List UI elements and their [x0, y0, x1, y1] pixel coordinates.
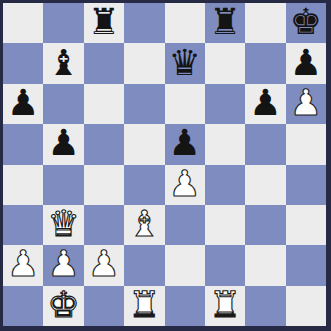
piece-white-bishop[interactable]: ♝ — [128, 206, 160, 242]
piece-black-king[interactable]: ♚ — [290, 4, 322, 40]
square-c7[interactable] — [84, 43, 124, 83]
square-e6[interactable] — [165, 84, 205, 124]
square-d6[interactable] — [124, 84, 164, 124]
piece-white-king[interactable]: ♚ — [47, 287, 79, 323]
piece-black-pawn[interactable]: ♟ — [290, 45, 322, 81]
square-d1[interactable]: ♜ — [124, 286, 164, 326]
square-g2[interactable] — [245, 245, 285, 285]
square-d7[interactable] — [124, 43, 164, 83]
chess-board-frame: ♜♜♚♝♛♟♟♟♟♟♟♟♛♝♟♟♟♚♜♜ — [0, 0, 331, 331]
square-a2[interactable]: ♟ — [3, 245, 43, 285]
square-c5[interactable] — [84, 124, 124, 164]
square-a5[interactable] — [3, 124, 43, 164]
square-d5[interactable] — [124, 124, 164, 164]
piece-white-pawn[interactable]: ♟ — [47, 246, 79, 282]
piece-white-pawn[interactable]: ♟ — [290, 85, 322, 121]
piece-white-rook[interactable]: ♜ — [128, 287, 160, 323]
square-c1[interactable] — [84, 286, 124, 326]
square-f1[interactable]: ♜ — [205, 286, 245, 326]
square-e2[interactable] — [165, 245, 205, 285]
square-b4[interactable] — [43, 165, 83, 205]
piece-white-rook[interactable]: ♜ — [209, 287, 241, 323]
square-h3[interactable] — [286, 205, 326, 245]
square-a8[interactable] — [3, 3, 43, 43]
square-g7[interactable] — [245, 43, 285, 83]
square-e3[interactable] — [165, 205, 205, 245]
square-f7[interactable] — [205, 43, 245, 83]
square-g3[interactable] — [245, 205, 285, 245]
piece-black-pawn[interactable]: ♟ — [169, 125, 201, 161]
square-h1[interactable] — [286, 286, 326, 326]
square-f4[interactable] — [205, 165, 245, 205]
square-c6[interactable] — [84, 84, 124, 124]
square-g1[interactable] — [245, 286, 285, 326]
square-b5[interactable]: ♟ — [43, 124, 83, 164]
square-b1[interactable]: ♚ — [43, 286, 83, 326]
piece-black-rook[interactable]: ♜ — [88, 4, 120, 40]
square-h6[interactable]: ♟ — [286, 84, 326, 124]
square-f3[interactable] — [205, 205, 245, 245]
square-c4[interactable] — [84, 165, 124, 205]
piece-black-bishop[interactable]: ♝ — [47, 45, 79, 81]
square-c8[interactable]: ♜ — [84, 3, 124, 43]
square-b6[interactable] — [43, 84, 83, 124]
square-h7[interactable]: ♟ — [286, 43, 326, 83]
piece-black-pawn[interactable]: ♟ — [7, 85, 39, 121]
square-h4[interactable] — [286, 165, 326, 205]
piece-white-pawn[interactable]: ♟ — [88, 246, 120, 282]
square-a4[interactable] — [3, 165, 43, 205]
square-f5[interactable] — [205, 124, 245, 164]
piece-white-pawn[interactable]: ♟ — [7, 246, 39, 282]
square-h2[interactable] — [286, 245, 326, 285]
square-e5[interactable]: ♟ — [165, 124, 205, 164]
square-f2[interactable] — [205, 245, 245, 285]
square-a6[interactable]: ♟ — [3, 84, 43, 124]
piece-black-pawn[interactable]: ♟ — [47, 125, 79, 161]
square-b3[interactable]: ♛ — [43, 205, 83, 245]
square-c3[interactable] — [84, 205, 124, 245]
square-a7[interactable] — [3, 43, 43, 83]
square-c2[interactable]: ♟ — [84, 245, 124, 285]
piece-black-rook[interactable]: ♜ — [209, 4, 241, 40]
square-g4[interactable] — [245, 165, 285, 205]
square-f8[interactable]: ♜ — [205, 3, 245, 43]
chess-board: ♜♜♚♝♛♟♟♟♟♟♟♟♛♝♟♟♟♚♜♜ — [3, 3, 326, 326]
square-b8[interactable] — [43, 3, 83, 43]
piece-black-queen[interactable]: ♛ — [169, 45, 201, 81]
square-e7[interactable]: ♛ — [165, 43, 205, 83]
square-b2[interactable]: ♟ — [43, 245, 83, 285]
square-h5[interactable] — [286, 124, 326, 164]
piece-white-pawn[interactable]: ♟ — [169, 166, 201, 202]
square-f6[interactable] — [205, 84, 245, 124]
piece-white-queen[interactable]: ♛ — [47, 206, 79, 242]
square-d8[interactable] — [124, 3, 164, 43]
square-h8[interactable]: ♚ — [286, 3, 326, 43]
square-a1[interactable] — [3, 286, 43, 326]
square-d4[interactable] — [124, 165, 164, 205]
square-a3[interactable] — [3, 205, 43, 245]
square-d3[interactable]: ♝ — [124, 205, 164, 245]
square-g8[interactable] — [245, 3, 285, 43]
square-g5[interactable] — [245, 124, 285, 164]
square-d2[interactable] — [124, 245, 164, 285]
square-e8[interactable] — [165, 3, 205, 43]
square-b7[interactable]: ♝ — [43, 43, 83, 83]
piece-black-pawn[interactable]: ♟ — [249, 85, 281, 121]
square-e1[interactable] — [165, 286, 205, 326]
square-g6[interactable]: ♟ — [245, 84, 285, 124]
square-e4[interactable]: ♟ — [165, 165, 205, 205]
